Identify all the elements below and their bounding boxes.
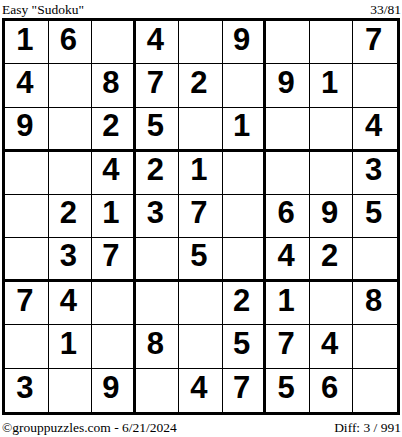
sudoku-cell-given[interactable]: 5 xyxy=(223,325,267,368)
sudoku-cell-given[interactable]: 5 xyxy=(353,195,397,238)
sudoku-cell-given[interactable]: 4 xyxy=(353,108,397,152)
sudoku-cell-empty[interactable] xyxy=(136,369,180,412)
sudoku-cell-given[interactable]: 1 xyxy=(5,21,49,64)
sudoku-cell-given[interactable]: 4 xyxy=(92,152,136,195)
difficulty-rating: Diff: 3 / 991 xyxy=(334,420,401,435)
sudoku-page: Easy "Sudoku" 33/81 16497487291925144213… xyxy=(0,0,402,437)
sudoku-cell-given[interactable]: 3 xyxy=(49,238,93,282)
sudoku-cell-given[interactable]: 2 xyxy=(179,64,223,107)
sudoku-cell-empty[interactable] xyxy=(92,325,136,368)
sudoku-cell-given[interactable]: 1 xyxy=(179,152,223,195)
sudoku-cell-given[interactable]: 1 xyxy=(92,195,136,238)
sudoku-cell-given[interactable]: 9 xyxy=(223,21,267,64)
sudoku-cell-given[interactable]: 8 xyxy=(92,64,136,107)
sudoku-cell-empty[interactable] xyxy=(5,238,49,282)
puzzle-title: Easy "Sudoku" xyxy=(2,2,84,17)
sudoku-cell-given[interactable]: 1 xyxy=(310,64,354,107)
sudoku-cell-given[interactable]: 2 xyxy=(223,282,267,325)
sudoku-cell-given[interactable]: 7 xyxy=(266,325,310,368)
sudoku-cell-empty[interactable] xyxy=(5,195,49,238)
sudoku-cell-empty[interactable] xyxy=(223,238,267,282)
sudoku-cell-given[interactable]: 5 xyxy=(179,238,223,282)
sudoku-cell-given[interactable]: 2 xyxy=(310,238,354,282)
sudoku-cell-given[interactable]: 9 xyxy=(92,369,136,412)
sudoku-cell-empty[interactable] xyxy=(310,108,354,152)
sudoku-cell-given[interactable]: 6 xyxy=(266,195,310,238)
sudoku-cell-given[interactable]: 2 xyxy=(49,195,93,238)
sudoku-cell-empty[interactable] xyxy=(353,64,397,107)
sudoku-cell-given[interactable]: 9 xyxy=(5,108,49,152)
sudoku-cell-empty[interactable] xyxy=(353,369,397,412)
sudoku-cell-empty[interactable] xyxy=(310,282,354,325)
sudoku-cell-given[interactable]: 7 xyxy=(179,195,223,238)
sudoku-cell-given[interactable]: 6 xyxy=(49,21,93,64)
sudoku-cell-empty[interactable] xyxy=(5,325,49,368)
sudoku-cell-empty[interactable] xyxy=(310,152,354,195)
sudoku-cell-empty[interactable] xyxy=(49,152,93,195)
sudoku-cell-given[interactable]: 7 xyxy=(353,21,397,64)
sudoku-cell-empty[interactable] xyxy=(179,325,223,368)
sudoku-cell-given[interactable]: 4 xyxy=(310,325,354,368)
sudoku-cell-empty[interactable] xyxy=(353,325,397,368)
sudoku-cell-given[interactable]: 4 xyxy=(5,64,49,107)
sudoku-cell-given[interactable]: 7 xyxy=(136,64,180,107)
sudoku-cell-given[interactable]: 6 xyxy=(310,369,354,412)
sudoku-cell-empty[interactable] xyxy=(92,282,136,325)
sudoku-cell-empty[interactable] xyxy=(266,152,310,195)
sudoku-cell-empty[interactable] xyxy=(179,108,223,152)
copyright-date: ©grouppuzzles.com - 6/21/2024 xyxy=(2,420,177,435)
sudoku-cell-empty[interactable] xyxy=(223,152,267,195)
sudoku-cell-given[interactable]: 7 xyxy=(5,282,49,325)
sudoku-cell-given[interactable]: 7 xyxy=(223,369,267,412)
sudoku-cell-given[interactable]: 8 xyxy=(136,325,180,368)
sudoku-cell-given[interactable]: 4 xyxy=(136,21,180,64)
sudoku-cell-given[interactable]: 8 xyxy=(353,282,397,325)
sudoku-cell-empty[interactable] xyxy=(49,369,93,412)
sudoku-cell-empty[interactable] xyxy=(266,108,310,152)
sudoku-cell-empty[interactable] xyxy=(223,195,267,238)
sudoku-cell-empty[interactable] xyxy=(136,282,180,325)
sudoku-board: 1649748729192514421321376953754274218185… xyxy=(2,18,400,415)
sudoku-cell-empty[interactable] xyxy=(49,108,93,152)
sudoku-cell-given[interactable]: 4 xyxy=(179,369,223,412)
sudoku-cell-empty[interactable] xyxy=(136,238,180,282)
sudoku-cell-given[interactable]: 5 xyxy=(266,369,310,412)
sudoku-cell-empty[interactable] xyxy=(49,64,93,107)
sudoku-cell-empty[interactable] xyxy=(5,152,49,195)
sudoku-cell-given[interactable]: 4 xyxy=(49,282,93,325)
sudoku-cell-empty[interactable] xyxy=(223,64,267,107)
sudoku-cell-given[interactable]: 5 xyxy=(136,108,180,152)
sudoku-cell-given[interactable]: 3 xyxy=(136,195,180,238)
sudoku-cell-given[interactable]: 1 xyxy=(223,108,267,152)
sudoku-cell-given[interactable]: 4 xyxy=(266,238,310,282)
sudoku-cell-given[interactable]: 3 xyxy=(353,152,397,195)
empty-cell-counter: 33/81 xyxy=(370,2,401,17)
sudoku-cell-empty[interactable] xyxy=(179,21,223,64)
sudoku-cell-empty[interactable] xyxy=(310,21,354,64)
sudoku-cell-given[interactable]: 9 xyxy=(310,195,354,238)
sudoku-cell-empty[interactable] xyxy=(179,282,223,325)
sudoku-cell-given[interactable]: 1 xyxy=(266,282,310,325)
sudoku-cell-given[interactable]: 2 xyxy=(92,108,136,152)
footer: ©grouppuzzles.com - 6/21/2024 Diff: 3 / … xyxy=(0,415,402,435)
sudoku-cell-given[interactable]: 3 xyxy=(5,369,49,412)
sudoku-cell-given[interactable]: 7 xyxy=(92,238,136,282)
sudoku-cell-given[interactable]: 2 xyxy=(136,152,180,195)
header: Easy "Sudoku" 33/81 xyxy=(0,0,402,18)
sudoku-cell-empty[interactable] xyxy=(266,21,310,64)
sudoku-cell-empty[interactable] xyxy=(353,238,397,282)
sudoku-cell-given[interactable]: 9 xyxy=(266,64,310,107)
sudoku-cell-given[interactable]: 1 xyxy=(49,325,93,368)
sudoku-cell-empty[interactable] xyxy=(92,21,136,64)
